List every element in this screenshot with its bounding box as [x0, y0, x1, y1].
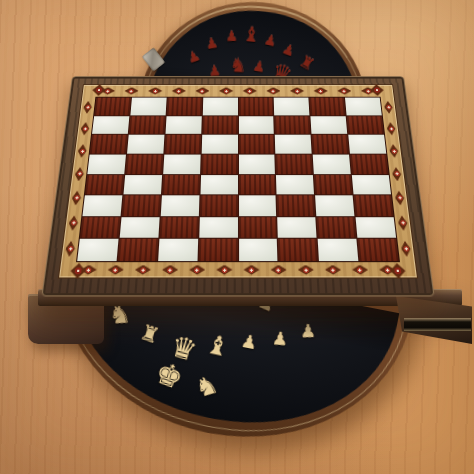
inlay-band-bottom: [74, 263, 401, 276]
square-c6: [164, 135, 201, 154]
square-f4: [276, 175, 314, 195]
square-d5: [201, 154, 238, 173]
diamond-inlay-icon: [266, 87, 280, 94]
square-e3: [239, 195, 277, 215]
diamond-inlay-icon: [71, 191, 82, 206]
square-h7: [347, 116, 384, 134]
square-d3: [199, 195, 237, 215]
square-g5: [313, 154, 351, 173]
inlay-band-top: [96, 86, 381, 96]
diamond-inlay-icon: [172, 87, 186, 94]
light-queen: ♛: [167, 331, 200, 366]
square-c1: [158, 239, 198, 261]
square-g8: [310, 98, 346, 116]
square-b5: [125, 154, 163, 173]
square-f3: [277, 195, 316, 215]
diamond-inlay-icon: [68, 215, 79, 230]
square-c2: [159, 217, 198, 238]
square-g6: [312, 135, 349, 154]
square-g3: [315, 195, 354, 215]
square-c7: [165, 116, 201, 134]
square-a7: [92, 116, 129, 134]
diamond-inlay-icon: [243, 87, 257, 94]
square-g2: [317, 217, 357, 238]
light-king: ♚: [151, 357, 187, 395]
square-a5: [87, 154, 125, 173]
light-knight: ♞: [193, 371, 222, 401]
diamond-inlay-icon: [189, 265, 205, 275]
square-a3: [82, 195, 122, 215]
square-f1: [278, 239, 318, 261]
square-g7: [311, 116, 348, 134]
dark-rook: ♜: [296, 53, 316, 74]
diamond-inlay-icon: [352, 265, 369, 275]
diamond-inlay-icon: [400, 241, 411, 257]
light-rook: ♜: [137, 321, 162, 347]
chess-board: [41, 76, 434, 296]
diamond-inlay-icon: [64, 241, 75, 257]
dark-knight: ♞: [229, 55, 247, 75]
square-a6: [90, 135, 128, 154]
board-frame: [41, 76, 434, 296]
square-f8: [274, 98, 310, 116]
diamond-inlay-icon: [397, 215, 408, 230]
square-a1: [77, 239, 118, 261]
square-e1: [239, 239, 278, 261]
diamond-inlay-icon: [383, 101, 393, 114]
square-f7: [275, 116, 311, 134]
square-f2: [278, 217, 317, 238]
square-b7: [129, 116, 166, 134]
square-b4: [123, 175, 162, 195]
square-h4: [352, 175, 391, 195]
diamond-inlay-icon: [337, 87, 352, 94]
diamond-inlay-icon: [394, 191, 405, 206]
square-h1: [358, 239, 399, 261]
square-c5: [163, 154, 200, 173]
square-b3: [121, 195, 160, 215]
square-a8: [94, 98, 131, 116]
light-pawn: ♟: [300, 322, 316, 340]
diamond-inlay-icon: [298, 265, 315, 275]
square-d6: [201, 135, 237, 154]
diamond-inlay-icon: [162, 265, 179, 275]
square-g4: [314, 175, 353, 195]
square-e5: [238, 154, 275, 173]
diamond-inlay-icon: [83, 101, 93, 114]
light-bishop: ♝: [204, 331, 233, 362]
square-c4: [162, 175, 200, 195]
dark-pawn: ♟: [226, 29, 239, 43]
diamond-inlay-icon: [391, 167, 402, 181]
square-d1: [198, 239, 237, 261]
table-surface: ♟♟♟♝♟♟♜♟♞♟♛♟ ♜♟♝♟♟♟♟♞♜♛♝♟♟♟♚♞: [0, 0, 474, 474]
dark-pawn: ♟: [252, 58, 267, 74]
light-pawn: ♟: [271, 329, 289, 348]
square-e8: [238, 98, 273, 116]
dark-pawn: ♟: [280, 41, 297, 59]
diamond-inlay-icon: [216, 265, 232, 275]
dark-pawn: ♟: [262, 32, 277, 48]
square-b6: [127, 135, 164, 154]
diamond-inlay-icon: [148, 87, 163, 94]
square-h5: [350, 154, 388, 173]
square-d2: [199, 217, 238, 238]
diamond-inlay-icon: [124, 87, 139, 94]
diamond-inlay-icon: [195, 87, 209, 94]
diamond-inlay-icon: [77, 144, 88, 158]
square-d8: [202, 98, 237, 116]
square-f6: [275, 135, 312, 154]
square-h6: [348, 135, 386, 154]
board-squares: [76, 97, 400, 262]
diamond-inlay-icon: [135, 265, 152, 275]
dark-pawn: ♟: [205, 36, 220, 52]
dark-bishop: ♝: [242, 23, 262, 44]
square-e4: [238, 175, 275, 195]
diamond-inlay-icon: [290, 87, 304, 94]
square-b2: [120, 217, 160, 238]
square-b1: [118, 239, 159, 261]
square-g1: [318, 239, 359, 261]
square-c3: [160, 195, 199, 215]
square-a2: [80, 217, 120, 238]
diamond-inlay-icon: [313, 87, 328, 94]
diamond-inlay-icon: [386, 122, 396, 135]
square-h8: [345, 98, 382, 116]
diamond-inlay-icon: [219, 87, 233, 94]
diamond-inlay-icon: [271, 265, 287, 275]
square-d4: [200, 175, 237, 195]
diamond-inlay-icon: [243, 265, 259, 275]
square-e6: [238, 135, 274, 154]
square-f5: [276, 154, 313, 173]
square-h3: [354, 195, 394, 215]
dark-pawn: ♟: [186, 48, 202, 65]
square-h2: [356, 217, 396, 238]
light-pawn: ♟: [239, 332, 258, 353]
square-d7: [202, 116, 238, 134]
square-e7: [238, 116, 274, 134]
diamond-inlay-icon: [389, 144, 400, 158]
diamond-inlay-icon: [325, 265, 342, 275]
diamond-inlay-icon: [107, 265, 124, 275]
square-b8: [130, 98, 166, 116]
drawer-slot: [404, 318, 471, 330]
square-a4: [85, 175, 124, 195]
square-e2: [239, 217, 278, 238]
diamond-inlay-icon: [80, 122, 90, 135]
diamond-inlay-icon: [74, 167, 85, 181]
square-c8: [166, 98, 202, 116]
